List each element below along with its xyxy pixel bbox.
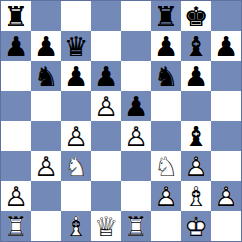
square-g3[interactable]: ♟♙ bbox=[181, 151, 211, 181]
square-a1[interactable]: ♜♖ bbox=[1, 211, 31, 241]
white-pawn-icon: ♟♙ bbox=[1, 181, 31, 211]
square-h2[interactable]: ♟♙ bbox=[211, 181, 241, 211]
square-f2[interactable]: ♟♙ bbox=[151, 181, 181, 211]
square-g1[interactable]: ♚♔ bbox=[181, 211, 211, 241]
square-e7[interactable] bbox=[121, 31, 151, 61]
square-f8[interactable]: ♜♖ bbox=[151, 1, 181, 31]
square-g2[interactable]: ♝♗ bbox=[181, 181, 211, 211]
black-rook-icon: ♜♖ bbox=[151, 1, 181, 31]
black-pawn-icon: ♟♙ bbox=[1, 31, 31, 61]
square-b1[interactable] bbox=[31, 211, 61, 241]
square-h3[interactable] bbox=[211, 151, 241, 181]
square-e6[interactable] bbox=[121, 61, 151, 91]
white-knight-icon: ♞♘ bbox=[151, 151, 181, 181]
black-bishop-icon: ♝♗ bbox=[181, 31, 211, 61]
square-f5[interactable] bbox=[151, 91, 181, 121]
square-h1[interactable] bbox=[211, 211, 241, 241]
square-h5[interactable] bbox=[211, 91, 241, 121]
black-pawn-icon: ♟♙ bbox=[181, 61, 211, 91]
square-f4[interactable] bbox=[151, 121, 181, 151]
square-c3[interactable]: ♞♘ bbox=[61, 151, 91, 181]
black-pawn-icon: ♟♙ bbox=[31, 31, 61, 61]
white-pawn-icon: ♟♙ bbox=[121, 121, 151, 151]
white-rook-icon: ♜♖ bbox=[121, 211, 151, 241]
white-pawn-icon: ♟♙ bbox=[91, 91, 121, 121]
black-pawn-icon: ♟♙ bbox=[91, 61, 121, 91]
square-b2[interactable] bbox=[31, 181, 61, 211]
square-e4[interactable]: ♟♙ bbox=[121, 121, 151, 151]
square-e2[interactable] bbox=[121, 181, 151, 211]
square-f7[interactable]: ♟♙ bbox=[151, 31, 181, 61]
square-c7[interactable]: ♛♕ bbox=[61, 31, 91, 61]
square-g6[interactable]: ♟♙ bbox=[181, 61, 211, 91]
square-h6[interactable] bbox=[211, 61, 241, 91]
white-pawn-icon: ♟♙ bbox=[31, 151, 61, 181]
square-h7[interactable]: ♟♙ bbox=[211, 31, 241, 61]
black-pawn-icon: ♟♙ bbox=[61, 61, 91, 91]
square-c4[interactable]: ♟♙ bbox=[61, 121, 91, 151]
square-d4[interactable] bbox=[91, 121, 121, 151]
square-f6[interactable]: ♞♘ bbox=[151, 61, 181, 91]
white-pawn-icon: ♟♙ bbox=[211, 181, 241, 211]
square-a6[interactable] bbox=[1, 61, 31, 91]
white-pawn-icon: ♟♙ bbox=[181, 151, 211, 181]
square-c2[interactable] bbox=[61, 181, 91, 211]
square-g5[interactable] bbox=[181, 91, 211, 121]
square-f1[interactable] bbox=[151, 211, 181, 241]
square-d6[interactable]: ♟♙ bbox=[91, 61, 121, 91]
square-e5[interactable]: ♟♙ bbox=[121, 91, 151, 121]
black-pawn-icon: ♟♙ bbox=[211, 31, 241, 61]
white-pawn-icon: ♟♙ bbox=[61, 121, 91, 151]
square-a5[interactable] bbox=[1, 91, 31, 121]
white-pawn-icon: ♟♙ bbox=[151, 181, 181, 211]
black-queen-icon: ♛♕ bbox=[61, 31, 91, 61]
square-a7[interactable]: ♟♙ bbox=[1, 31, 31, 61]
square-d5[interactable]: ♟♙ bbox=[91, 91, 121, 121]
black-king-icon: ♚♔ bbox=[181, 1, 211, 31]
square-e3[interactable] bbox=[121, 151, 151, 181]
square-g8[interactable]: ♚♔ bbox=[181, 1, 211, 31]
square-b3[interactable]: ♟♙ bbox=[31, 151, 61, 181]
square-h4[interactable] bbox=[211, 121, 241, 151]
black-knight-icon: ♞♘ bbox=[151, 61, 181, 91]
square-e1[interactable]: ♜♖ bbox=[121, 211, 151, 241]
square-c8[interactable] bbox=[61, 1, 91, 31]
square-d3[interactable] bbox=[91, 151, 121, 181]
square-a3[interactable] bbox=[1, 151, 31, 181]
black-bishop-icon: ♝♗ bbox=[181, 121, 211, 151]
square-f3[interactable]: ♞♘ bbox=[151, 151, 181, 181]
black-pawn-icon: ♟♙ bbox=[121, 91, 151, 121]
square-d7[interactable] bbox=[91, 31, 121, 61]
square-g7[interactable]: ♝♗ bbox=[181, 31, 211, 61]
square-a8[interactable]: ♜♖ bbox=[1, 1, 31, 31]
square-e8[interactable] bbox=[121, 1, 151, 31]
square-b4[interactable] bbox=[31, 121, 61, 151]
white-queen-icon: ♛♕ bbox=[91, 211, 121, 241]
square-a2[interactable]: ♟♙ bbox=[1, 181, 31, 211]
square-b5[interactable] bbox=[31, 91, 61, 121]
chess-board: ♜♖♜♖♚♔♟♙♟♙♛♕♟♙♝♗♟♙♞♘♟♙♟♙♞♘♟♙♟♙♟♙♟♙♟♙♝♗♟♙… bbox=[0, 0, 242, 242]
square-a4[interactable] bbox=[1, 121, 31, 151]
square-b7[interactable]: ♟♙ bbox=[31, 31, 61, 61]
black-knight-icon: ♞♘ bbox=[31, 61, 61, 91]
square-b8[interactable] bbox=[31, 1, 61, 31]
square-d2[interactable] bbox=[91, 181, 121, 211]
white-knight-icon: ♞♘ bbox=[61, 151, 91, 181]
black-rook-icon: ♜♖ bbox=[1, 1, 31, 31]
square-c1[interactable]: ♝♗ bbox=[61, 211, 91, 241]
square-g4[interactable]: ♝♗ bbox=[181, 121, 211, 151]
white-rook-icon: ♜♖ bbox=[1, 211, 31, 241]
square-b6[interactable]: ♞♘ bbox=[31, 61, 61, 91]
square-c6[interactable]: ♟♙ bbox=[61, 61, 91, 91]
white-bishop-icon: ♝♗ bbox=[61, 211, 91, 241]
black-pawn-icon: ♟♙ bbox=[151, 31, 181, 61]
white-king-icon: ♚♔ bbox=[181, 211, 211, 241]
square-c5[interactable] bbox=[61, 91, 91, 121]
square-d8[interactable] bbox=[91, 1, 121, 31]
square-d1[interactable]: ♛♕ bbox=[91, 211, 121, 241]
square-h8[interactable] bbox=[211, 1, 241, 31]
white-bishop-icon: ♝♗ bbox=[181, 181, 211, 211]
